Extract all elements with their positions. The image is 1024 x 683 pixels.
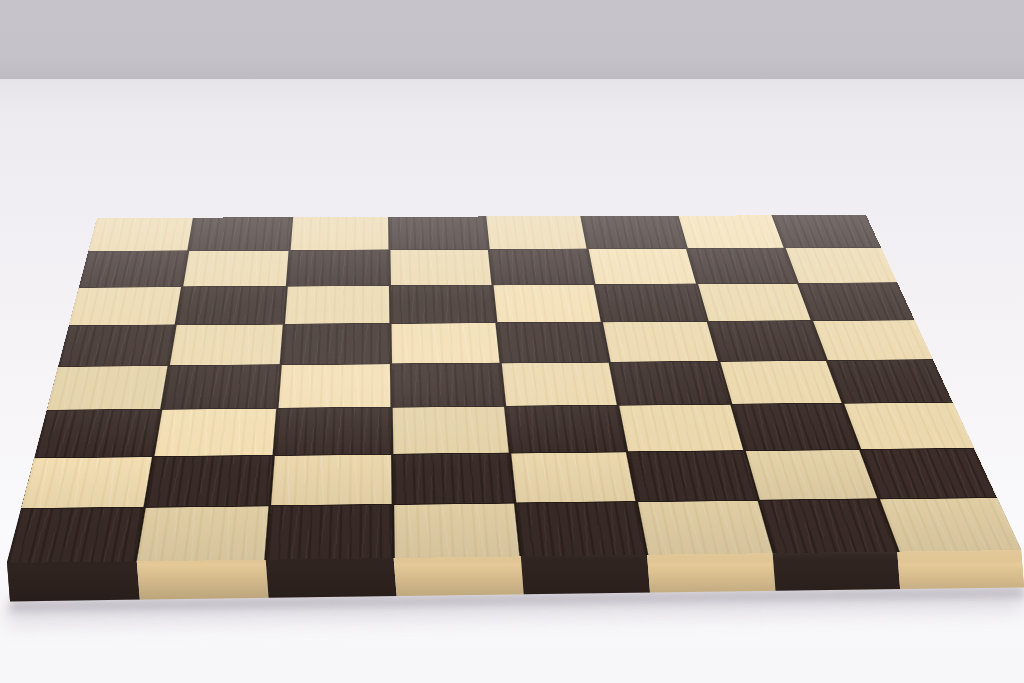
square-b3 [155,409,276,456]
square-g8 [678,215,783,248]
square-g6 [698,283,811,320]
square-a8 [88,218,193,251]
square-a2 [21,457,152,508]
square-c5 [281,324,389,365]
square-e5 [498,322,609,362]
background-wall [0,0,1024,79]
square-h8 [773,215,881,248]
square-e6 [494,285,601,323]
square-b4 [163,365,279,409]
square-e3 [506,406,626,453]
photo-scene [0,0,1024,683]
square-g1 [759,499,896,553]
square-h2 [861,449,996,499]
square-d3 [392,407,508,454]
square-h6 [799,283,915,320]
square-e1 [516,502,646,556]
square-f4 [611,362,729,405]
square-f5 [603,322,717,362]
square-g4 [720,361,842,404]
square-h3 [844,403,974,449]
square-h5 [813,320,933,360]
square-b1 [137,506,268,561]
square-e8 [486,216,586,249]
square-g3 [732,404,858,450]
square-b5 [170,324,282,365]
square-b6 [177,286,285,324]
square-f7 [589,249,695,284]
square-c4 [278,364,390,408]
square-a3 [35,410,161,457]
square-a7 [79,251,187,287]
square-d4 [392,363,504,406]
square-h7 [786,248,897,283]
square-a5 [58,325,174,366]
square-g2 [745,450,877,500]
square-f2 [629,451,757,501]
square-e2 [511,452,635,502]
square-c6 [284,286,389,324]
square-d7 [390,250,491,285]
square-a1 [7,508,144,563]
square-f3 [619,405,742,451]
square-a4 [47,366,168,410]
square-e7 [490,249,594,284]
square-c3 [274,408,390,455]
square-d6 [391,285,496,323]
square-f6 [596,284,706,321]
square-f1 [638,501,772,555]
square-b7 [183,251,288,287]
square-g5 [708,321,825,361]
square-d8 [390,216,488,249]
square-c8 [290,217,388,250]
square-b8 [190,217,291,250]
square-d5 [391,323,499,363]
square-d1 [394,503,520,558]
square-f8 [582,216,685,249]
square-c1 [266,505,392,560]
square-c2 [270,454,391,505]
square-b2 [146,456,272,507]
square-d2 [393,453,514,503]
square-g7 [688,248,797,283]
square-h4 [828,360,953,403]
square-a6 [69,287,181,325]
square-h1 [880,498,1021,552]
chess-board [7,215,1021,563]
square-c7 [287,250,388,285]
square-e4 [502,363,617,406]
